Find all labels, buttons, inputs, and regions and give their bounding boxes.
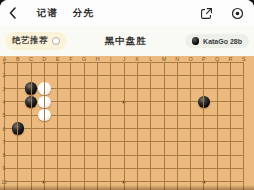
board-intersection[interactable] [64, 135, 77, 148]
board-intersection[interactable] [197, 82, 210, 95]
board-intersection[interactable] [104, 109, 117, 122]
board-intersection[interactable] [171, 82, 184, 95]
board-intersection[interactable] [197, 122, 210, 135]
board-intersection[interactable] [211, 56, 224, 69]
board-intersection[interactable] [104, 148, 117, 161]
board-intersection[interactable] [171, 95, 184, 108]
black-stone [12, 122, 25, 135]
board-intersection[interactable] [157, 69, 170, 82]
board-intersection[interactable] [24, 109, 37, 122]
board-intersection[interactable] [64, 175, 77, 188]
board-intersection[interactable] [237, 175, 250, 188]
board-intersection[interactable] [11, 135, 24, 148]
board-intersection[interactable] [184, 95, 197, 108]
board-intersection[interactable] [211, 122, 224, 135]
board-intersection[interactable] [211, 135, 224, 148]
board-intersection[interactable] [64, 109, 77, 122]
board-intersection[interactable] [24, 162, 37, 175]
row-label: 9 [1, 165, 8, 171]
board-intersection[interactable] [157, 175, 170, 188]
board-intersection[interactable] [51, 109, 64, 122]
board-intersection[interactable] [104, 69, 117, 82]
board-intersection[interactable] [184, 148, 197, 161]
board-intersection[interactable] [24, 56, 37, 69]
board-intersection[interactable] [51, 188, 64, 190]
board-intersection[interactable] [11, 148, 24, 161]
board-intersection[interactable] [64, 188, 77, 190]
board-intersection[interactable] [104, 135, 117, 148]
row-label: 8 [1, 152, 8, 158]
board-intersection[interactable] [24, 188, 37, 190]
board-intersection[interactable] [224, 95, 237, 108]
board-intersection[interactable] [211, 69, 224, 82]
board-intersection[interactable] [91, 148, 104, 161]
board-intersection[interactable] [51, 148, 64, 161]
board-intersection[interactable] [91, 109, 104, 122]
board-intersection[interactable] [91, 82, 104, 95]
board-intersection[interactable] [224, 56, 237, 69]
board-intersection[interactable] [51, 69, 64, 82]
board-intersection[interactable] [184, 82, 197, 95]
row-label: 7 [1, 139, 8, 145]
board-intersection[interactable] [38, 82, 51, 95]
star-point [123, 100, 126, 103]
board-intersection[interactable] [197, 56, 210, 69]
board-intersection[interactable] [171, 188, 184, 190]
board-intersection[interactable] [38, 162, 51, 175]
board-intersection[interactable] [157, 122, 170, 135]
board-intersection[interactable] [131, 175, 144, 188]
game-result-text: 黑中盘胜 [67, 35, 185, 48]
board-intersection[interactable] [237, 56, 250, 69]
board-intersection[interactable] [144, 175, 157, 188]
board-intersection[interactable] [24, 95, 37, 108]
go-board-grid [0, 56, 250, 190]
board-intersection[interactable] [117, 188, 130, 190]
board-intersection[interactable] [184, 188, 197, 190]
black-stone [198, 96, 211, 109]
board-intersection[interactable] [78, 148, 91, 161]
board-intersection[interactable] [144, 122, 157, 135]
nav-bar: 记谱 分先 [0, 0, 254, 26]
board-intersection[interactable] [171, 175, 184, 188]
board-intersection[interactable] [78, 95, 91, 108]
board-intersection[interactable] [157, 56, 170, 69]
board-intersection[interactable] [197, 69, 210, 82]
board-intersection[interactable] [144, 95, 157, 108]
board-intersection[interactable] [171, 109, 184, 122]
board-intersection[interactable] [224, 109, 237, 122]
board-intersection[interactable] [144, 56, 157, 69]
engine-label: KataGo 28b [203, 38, 242, 45]
row-label: 4 [1, 99, 8, 105]
board-intersection[interactable] [38, 56, 51, 69]
board-intersection[interactable] [64, 162, 77, 175]
board-intersection[interactable] [184, 135, 197, 148]
board-intersection[interactable] [171, 162, 184, 175]
board-intersection[interactable] [91, 56, 104, 69]
board-intersection[interactable] [104, 82, 117, 95]
row-label: 3 [1, 86, 8, 92]
engine-badge[interactable]: KataGo 28b [185, 34, 249, 48]
board-intersection[interactable] [237, 82, 250, 95]
go-board: ABCDEFGHIJKLMNOPQRS 12345678910 [0, 56, 254, 190]
board-intersection[interactable] [64, 69, 77, 82]
board-intersection[interactable] [11, 56, 24, 69]
board-intersection[interactable] [184, 56, 197, 69]
board-intersection[interactable] [171, 135, 184, 148]
board-intersection[interactable] [91, 162, 104, 175]
board-intersection[interactable] [224, 69, 237, 82]
white-stone [38, 82, 51, 95]
board-intersection[interactable] [197, 135, 210, 148]
ai-recommend-label: 绝艺推荐 [12, 35, 48, 47]
board-intersection[interactable] [117, 95, 130, 108]
board-intersection[interactable] [117, 122, 130, 135]
board-intersection[interactable] [237, 148, 250, 161]
board-intersection[interactable] [91, 122, 104, 135]
board-intersection[interactable] [38, 95, 51, 108]
board-intersection[interactable] [51, 56, 64, 69]
board-intersection[interactable] [64, 122, 77, 135]
board-intersection[interactable] [237, 122, 250, 135]
board-intersection[interactable] [38, 148, 51, 161]
board-intersection[interactable] [197, 175, 210, 188]
board-intersection[interactable] [157, 95, 170, 108]
board-intersection[interactable] [91, 188, 104, 190]
star-point [123, 180, 126, 183]
board-intersection[interactable] [197, 95, 210, 108]
board-intersection[interactable] [64, 82, 77, 95]
board-intersection[interactable] [78, 162, 91, 175]
board-intersection[interactable] [131, 56, 144, 69]
board-intersection[interactable] [24, 148, 37, 161]
board-intersection[interactable] [224, 148, 237, 161]
board-intersection[interactable] [224, 162, 237, 175]
board-intersection[interactable] [131, 162, 144, 175]
board-intersection[interactable] [131, 109, 144, 122]
board-intersection[interactable] [51, 82, 64, 95]
board-intersection[interactable] [91, 175, 104, 188]
tab-record[interactable]: 记谱 [37, 7, 58, 20]
board-intersection[interactable] [157, 148, 170, 161]
board-intersection[interactable] [224, 122, 237, 135]
board-intersection[interactable] [64, 148, 77, 161]
board-intersection[interactable] [104, 95, 117, 108]
board-intersection[interactable] [78, 122, 91, 135]
board-intersection[interactable] [131, 188, 144, 190]
board-intersection[interactable] [104, 175, 117, 188]
board-intersection[interactable] [38, 188, 51, 190]
board-intersection[interactable] [51, 122, 64, 135]
board-intersection[interactable] [24, 122, 37, 135]
board-intersection[interactable] [11, 82, 24, 95]
board-intersection[interactable] [78, 188, 91, 190]
board-intersection[interactable] [38, 69, 51, 82]
board-intersection[interactable] [104, 188, 117, 190]
board-intersection[interactable] [78, 109, 91, 122]
board-intersection[interactable] [157, 135, 170, 148]
ai-recommend-toggle[interactable]: 绝艺推荐 [5, 32, 67, 50]
board-intersection[interactable] [117, 69, 130, 82]
star-point [202, 180, 205, 183]
star-point [43, 180, 46, 183]
board-intersection[interactable] [224, 188, 237, 190]
board-intersection[interactable] [24, 135, 37, 148]
board-intersection[interactable] [51, 162, 64, 175]
board-intersection[interactable] [24, 69, 37, 82]
row-label: 5 [1, 112, 8, 118]
board-intersection[interactable] [144, 188, 157, 190]
board-intersection[interactable] [117, 82, 130, 95]
board-intersection[interactable] [171, 56, 184, 69]
board-intersection[interactable] [131, 95, 144, 108]
board-intersection[interactable] [131, 135, 144, 148]
board-intersection[interactable] [91, 135, 104, 148]
board-intersection[interactable] [211, 82, 224, 95]
board-intersection[interactable] [131, 148, 144, 161]
board-intersection[interactable] [211, 95, 224, 108]
board-intersection[interactable] [11, 162, 24, 175]
board-intersection[interactable] [211, 109, 224, 122]
white-stone [38, 96, 51, 109]
board-intersection[interactable] [184, 109, 197, 122]
board-intersection[interactable] [38, 109, 51, 122]
black-stone [25, 96, 38, 109]
board-intersection[interactable] [184, 69, 197, 82]
board-intersection[interactable] [237, 69, 250, 82]
row-label: 1 [1, 59, 8, 65]
board-intersection[interactable] [117, 175, 130, 188]
board-intersection[interactable] [78, 135, 91, 148]
board-intersection[interactable] [131, 122, 144, 135]
share-icon[interactable] [199, 6, 213, 20]
board-intersection[interactable] [171, 148, 184, 161]
row-label: 6 [1, 126, 8, 132]
row-label: 10 [1, 179, 8, 185]
board-intersection[interactable] [91, 95, 104, 108]
board-intersection[interactable] [64, 95, 77, 108]
board-intersection[interactable] [51, 175, 64, 188]
board-intersection[interactable] [144, 135, 157, 148]
board-intersection[interactable] [237, 135, 250, 148]
black-stone-icon [192, 37, 200, 45]
board-intersection[interactable] [184, 122, 197, 135]
white-stone-icon [52, 37, 60, 45]
board-intersection[interactable] [144, 148, 157, 161]
board-intersection[interactable] [131, 82, 144, 95]
board-intersection[interactable] [117, 135, 130, 148]
board-intersection[interactable] [171, 122, 184, 135]
board-intersection[interactable] [91, 69, 104, 82]
board-intersection[interactable] [104, 56, 117, 69]
board-intersection[interactable] [104, 162, 117, 175]
board-intersection[interactable] [211, 148, 224, 161]
board-intersection[interactable] [78, 56, 91, 69]
board-intersection[interactable] [171, 69, 184, 82]
board-intersection[interactable] [38, 175, 51, 188]
info-bar: 绝艺推荐 黑中盘胜 KataGo 28b [0, 26, 254, 56]
board-intersection[interactable] [64, 56, 77, 69]
board-intersection[interactable] [237, 162, 250, 175]
board-intersection[interactable] [197, 188, 210, 190]
board-intersection[interactable] [224, 175, 237, 188]
board-intersection[interactable] [144, 162, 157, 175]
board-intersection[interactable] [24, 175, 37, 188]
board-intersection[interactable] [131, 69, 144, 82]
board-intersection[interactable] [78, 175, 91, 188]
board-intersection[interactable] [237, 188, 250, 190]
board-intersection[interactable] [11, 109, 24, 122]
board-intersection[interactable] [0, 188, 11, 190]
board-intersection[interactable] [51, 135, 64, 148]
board-intersection[interactable] [117, 56, 130, 69]
board-intersection[interactable] [157, 82, 170, 95]
board-intersection[interactable] [38, 135, 51, 148]
tab-fenxian[interactable]: 分先 [73, 7, 94, 20]
board-intersection[interactable] [157, 162, 170, 175]
board-intersection[interactable] [211, 188, 224, 190]
white-stone [38, 109, 51, 122]
board-intersection[interactable] [11, 175, 24, 188]
board-intersection[interactable] [38, 122, 51, 135]
board-intersection[interactable] [224, 135, 237, 148]
board-intersection[interactable] [78, 82, 91, 95]
board-intersection[interactable] [211, 162, 224, 175]
board-intersection[interactable] [224, 82, 237, 95]
board-intersection[interactable] [237, 95, 250, 108]
board-intersection[interactable] [144, 82, 157, 95]
board-intersection[interactable] [11, 69, 24, 82]
row-label: 2 [1, 72, 8, 78]
board-intersection[interactable] [197, 148, 210, 161]
board-intersection[interactable] [197, 109, 210, 122]
board-intersection[interactable] [11, 188, 24, 190]
board-intersection[interactable] [11, 122, 24, 135]
board-intersection[interactable] [117, 162, 130, 175]
board-intersection[interactable] [78, 69, 91, 82]
board-intersection[interactable] [237, 109, 250, 122]
board-intersection[interactable] [104, 122, 117, 135]
board-intersection[interactable] [11, 95, 24, 108]
black-stone [25, 82, 38, 95]
board-intersection[interactable] [197, 162, 210, 175]
board-intersection[interactable] [184, 162, 197, 175]
board-intersection[interactable] [157, 188, 170, 190]
board-intersection[interactable] [117, 148, 130, 161]
board-intersection[interactable] [144, 69, 157, 82]
board-intersection[interactable] [51, 95, 64, 108]
back-icon[interactable] [8, 6, 22, 20]
board-intersection[interactable] [117, 109, 130, 122]
board-intersection[interactable] [144, 109, 157, 122]
board-intersection[interactable] [24, 82, 37, 95]
board-intersection[interactable] [157, 109, 170, 122]
board-intersection[interactable] [211, 175, 224, 188]
board-intersection[interactable] [184, 175, 197, 188]
go-app-screen: 记谱 分先 绝艺推荐 黑中盘胜 KataGo 28b [0, 0, 254, 190]
record-target-icon[interactable] [230, 6, 244, 20]
